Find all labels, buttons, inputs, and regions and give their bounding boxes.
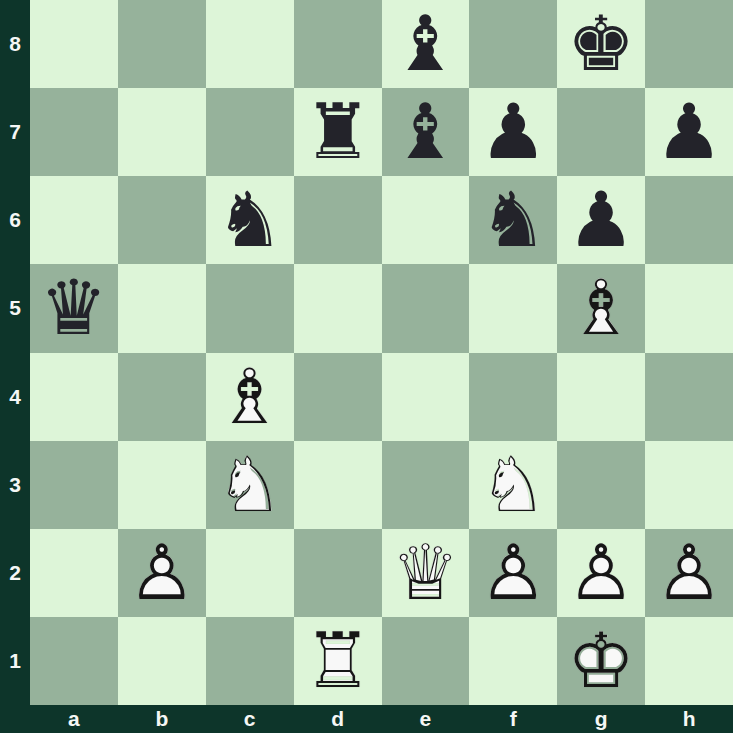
file-label-b: b [118, 705, 206, 733]
piece-glyph: ♟ [645, 88, 733, 176]
piece-white-bishop[interactable]: ♝♗ [557, 264, 645, 352]
piece-outline-glyph: ♙ [645, 529, 733, 617]
piece-outline-glyph: ♖ [294, 617, 382, 705]
square-d3[interactable] [294, 441, 382, 529]
square-g7[interactable] [557, 88, 645, 176]
square-e7[interactable]: ♝ [382, 88, 470, 176]
piece-glyph: ♝ [382, 88, 470, 176]
piece-glyph: ♛ [30, 264, 118, 352]
square-e8[interactable]: ♝ [382, 0, 470, 88]
square-d2[interactable] [294, 529, 382, 617]
piece-white-queen[interactable]: ♛♕ [382, 529, 470, 617]
square-f3[interactable]: ♞♘ [469, 441, 557, 529]
piece-glyph: ♜ [294, 88, 382, 176]
square-h1[interactable] [645, 617, 733, 705]
square-a2[interactable] [30, 529, 118, 617]
square-g5[interactable]: ♝♗ [557, 264, 645, 352]
piece-glyph: ♟ [557, 176, 645, 264]
square-b1[interactable] [118, 617, 206, 705]
piece-white-knight[interactable]: ♞♘ [469, 441, 557, 529]
square-b7[interactable] [118, 88, 206, 176]
piece-outline-glyph: ♗ [206, 353, 294, 441]
rank-label-6: 6 [0, 176, 30, 264]
piece-glyph: ♝ [382, 0, 470, 88]
square-a7[interactable] [30, 88, 118, 176]
piece-white-bishop[interactable]: ♝♗ [206, 353, 294, 441]
piece-black-bishop[interactable]: ♝ [382, 0, 470, 88]
square-c7[interactable] [206, 88, 294, 176]
square-e6[interactable] [382, 176, 470, 264]
piece-outline-glyph: ♘ [469, 441, 557, 529]
square-a8[interactable] [30, 0, 118, 88]
square-e4[interactable] [382, 353, 470, 441]
square-c2[interactable] [206, 529, 294, 617]
piece-glyph: ♟ [469, 88, 557, 176]
square-c6[interactable]: ♞ [206, 176, 294, 264]
piece-black-king[interactable]: ♚ [557, 0, 645, 88]
piece-black-rook[interactable]: ♜ [294, 88, 382, 176]
square-f8[interactable] [469, 0, 557, 88]
piece-white-pawn[interactable]: ♟♙ [557, 529, 645, 617]
square-f1[interactable] [469, 617, 557, 705]
square-c3[interactable]: ♞♘ [206, 441, 294, 529]
square-a1[interactable] [30, 617, 118, 705]
rank-label-2: 2 [0, 529, 30, 617]
piece-white-pawn[interactable]: ♟♙ [645, 529, 733, 617]
square-g2[interactable]: ♟♙ [557, 529, 645, 617]
piece-glyph: ♚ [557, 0, 645, 88]
square-c1[interactable] [206, 617, 294, 705]
square-g8[interactable]: ♚ [557, 0, 645, 88]
square-c4[interactable]: ♝♗ [206, 353, 294, 441]
square-g4[interactable] [557, 353, 645, 441]
square-h6[interactable] [645, 176, 733, 264]
piece-outline-glyph: ♙ [469, 529, 557, 617]
piece-white-king[interactable]: ♚♔ [557, 617, 645, 705]
piece-black-bishop[interactable]: ♝ [382, 88, 470, 176]
square-e3[interactable] [382, 441, 470, 529]
file-label-h: h [645, 705, 733, 733]
square-g6[interactable]: ♟ [557, 176, 645, 264]
piece-black-knight[interactable]: ♞ [469, 176, 557, 264]
piece-glyph: ♞ [206, 176, 294, 264]
square-b3[interactable] [118, 441, 206, 529]
square-h8[interactable] [645, 0, 733, 88]
piece-black-pawn[interactable]: ♟ [557, 176, 645, 264]
file-label-d: d [294, 705, 382, 733]
piece-outline-glyph: ♔ [557, 617, 645, 705]
file-label-e: e [382, 705, 470, 733]
square-b2[interactable]: ♟♙ [118, 529, 206, 617]
square-d8[interactable] [294, 0, 382, 88]
file-label-g: g [557, 705, 645, 733]
square-h2[interactable]: ♟♙ [645, 529, 733, 617]
rank-label-4: 4 [0, 353, 30, 441]
square-f6[interactable]: ♞ [469, 176, 557, 264]
piece-outline-glyph: ♕ [382, 529, 470, 617]
square-a6[interactable] [30, 176, 118, 264]
piece-white-rook[interactable]: ♜♖ [294, 617, 382, 705]
square-f5[interactable] [469, 264, 557, 352]
file-label-c: c [206, 705, 294, 733]
piece-black-pawn[interactable]: ♟ [469, 88, 557, 176]
square-e2[interactable]: ♛♕ [382, 529, 470, 617]
piece-outline-glyph: ♘ [206, 441, 294, 529]
piece-outline-glyph: ♙ [118, 529, 206, 617]
piece-black-queen[interactable]: ♛ [30, 264, 118, 352]
square-e1[interactable] [382, 617, 470, 705]
piece-black-knight[interactable]: ♞ [206, 176, 294, 264]
square-d6[interactable] [294, 176, 382, 264]
square-h3[interactable] [645, 441, 733, 529]
square-f2[interactable]: ♟♙ [469, 529, 557, 617]
piece-glyph: ♞ [469, 176, 557, 264]
square-d1[interactable]: ♜♖ [294, 617, 382, 705]
piece-outline-glyph: ♙ [557, 529, 645, 617]
square-f7[interactable]: ♟ [469, 88, 557, 176]
rank-label-1: 1 [0, 617, 30, 705]
piece-white-knight[interactable]: ♞♘ [206, 441, 294, 529]
square-a3[interactable] [30, 441, 118, 529]
piece-black-pawn[interactable]: ♟ [645, 88, 733, 176]
piece-outline-glyph: ♗ [557, 264, 645, 352]
rank-label-8: 8 [0, 0, 30, 88]
square-g1[interactable]: ♚♔ [557, 617, 645, 705]
square-b5[interactable] [118, 264, 206, 352]
piece-white-pawn[interactable]: ♟♙ [118, 529, 206, 617]
square-d7[interactable]: ♜ [294, 88, 382, 176]
square-c8[interactable] [206, 0, 294, 88]
file-label-f: f [469, 705, 557, 733]
rank-label-5: 5 [0, 264, 30, 352]
square-h5[interactable] [645, 264, 733, 352]
frame-corner [0, 705, 30, 733]
square-b8[interactable] [118, 0, 206, 88]
square-h4[interactable] [645, 353, 733, 441]
square-e5[interactable] [382, 264, 470, 352]
piece-white-pawn[interactable]: ♟♙ [469, 529, 557, 617]
square-d4[interactable] [294, 353, 382, 441]
rank-label-3: 3 [0, 441, 30, 529]
square-d5[interactable] [294, 264, 382, 352]
square-a5[interactable]: ♛ [30, 264, 118, 352]
square-h7[interactable]: ♟ [645, 88, 733, 176]
file-label-a: a [30, 705, 118, 733]
square-a4[interactable] [30, 353, 118, 441]
chess-board: 8♝♚7♜♝♟♟6♞♞♟5♛♝♗4♝♗3♞♘♞♘2♟♙♛♕♟♙♟♙♟♙1♜♖♚♔… [0, 0, 733, 733]
square-b6[interactable] [118, 176, 206, 264]
square-f4[interactable] [469, 353, 557, 441]
square-c5[interactable] [206, 264, 294, 352]
square-b4[interactable] [118, 353, 206, 441]
rank-label-7: 7 [0, 88, 30, 176]
square-g3[interactable] [557, 441, 645, 529]
